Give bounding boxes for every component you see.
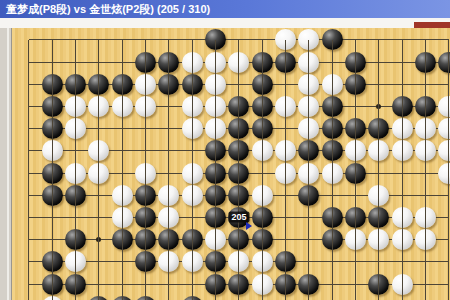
board-cell[interactable] bbox=[437, 29, 450, 51]
board-cell[interactable] bbox=[297, 229, 320, 251]
board-cell[interactable] bbox=[251, 95, 274, 117]
board-cell[interactable] bbox=[157, 295, 180, 300]
board-cell[interactable] bbox=[17, 295, 40, 300]
board-cell[interactable] bbox=[391, 229, 414, 251]
board-cell[interactable] bbox=[41, 273, 64, 295]
board-cell[interactable] bbox=[391, 118, 414, 140]
white-stone bbox=[135, 74, 156, 95]
white-stone bbox=[182, 251, 203, 272]
board-cell[interactable] bbox=[111, 206, 134, 228]
board-cell[interactable] bbox=[297, 251, 320, 273]
board-cell[interactable] bbox=[367, 162, 390, 184]
board-cell[interactable] bbox=[17, 95, 40, 117]
board-cell[interactable] bbox=[157, 251, 180, 273]
board-cell[interactable] bbox=[87, 140, 110, 162]
board-cell[interactable] bbox=[297, 206, 320, 228]
board-cell[interactable] bbox=[111, 51, 134, 73]
white-stone bbox=[368, 185, 389, 206]
board-cell[interactable] bbox=[41, 251, 64, 273]
board-cell[interactable] bbox=[64, 273, 87, 295]
board-cell[interactable] bbox=[344, 295, 367, 300]
board-cell[interactable] bbox=[251, 51, 274, 73]
black-stone bbox=[345, 74, 366, 95]
board-cell[interactable] bbox=[367, 229, 390, 251]
board-cell[interactable] bbox=[41, 184, 64, 206]
board-cell[interactable] bbox=[437, 95, 450, 117]
board-cell[interactable] bbox=[367, 95, 390, 117]
board-cell[interactable] bbox=[87, 73, 110, 95]
board-cell[interactable] bbox=[251, 140, 274, 162]
board-cell[interactable] bbox=[204, 295, 227, 300]
board-cell[interactable] bbox=[414, 51, 437, 73]
board-cell[interactable] bbox=[391, 206, 414, 228]
board-cell[interactable] bbox=[64, 51, 87, 73]
board-cell[interactable] bbox=[87, 29, 110, 51]
board-cell[interactable] bbox=[134, 51, 157, 73]
board-cell[interactable] bbox=[344, 162, 367, 184]
board-cell[interactable] bbox=[321, 51, 344, 73]
white-stone bbox=[65, 96, 86, 117]
white-stone bbox=[182, 52, 203, 73]
board-cell[interactable] bbox=[17, 118, 40, 140]
board-cell[interactable] bbox=[414, 73, 437, 95]
board-cell[interactable] bbox=[134, 118, 157, 140]
board-cell[interactable] bbox=[17, 51, 40, 73]
black-stone bbox=[298, 140, 319, 161]
board-cell[interactable] bbox=[227, 29, 250, 51]
board-cell[interactable] bbox=[344, 273, 367, 295]
board-cell[interactable] bbox=[297, 184, 320, 206]
board-cell[interactable] bbox=[181, 251, 204, 273]
board-cell[interactable] bbox=[87, 229, 110, 251]
board-cell[interactable] bbox=[297, 51, 320, 73]
window-frame-left bbox=[0, 28, 12, 300]
board-cell[interactable] bbox=[41, 295, 64, 300]
board-cell[interactable] bbox=[87, 273, 110, 295]
window-titlebar[interactable]: 童梦成(P8段) vs 金世炫(P2段) (205 / 310) bbox=[0, 0, 450, 18]
board-cell[interactable] bbox=[321, 184, 344, 206]
board-cell[interactable] bbox=[414, 162, 437, 184]
board-cell[interactable] bbox=[181, 229, 204, 251]
board-cell[interactable] bbox=[41, 118, 64, 140]
board-cell[interactable] bbox=[414, 251, 437, 273]
board-cell[interactable] bbox=[414, 295, 437, 300]
black-stone bbox=[322, 96, 343, 117]
board-cell[interactable] bbox=[181, 51, 204, 73]
board-cell[interactable] bbox=[414, 118, 437, 140]
board-cell[interactable] bbox=[181, 206, 204, 228]
board-cell[interactable] bbox=[87, 295, 110, 300]
black-stone bbox=[42, 274, 63, 295]
board-cell[interactable] bbox=[64, 95, 87, 117]
board-cell[interactable] bbox=[321, 95, 344, 117]
board-cell[interactable] bbox=[181, 29, 204, 51]
board-cell[interactable] bbox=[344, 51, 367, 73]
board-cell[interactable] bbox=[297, 73, 320, 95]
board-cell[interactable] bbox=[111, 295, 134, 300]
white-stone bbox=[275, 163, 296, 184]
board-cell[interactable] bbox=[344, 251, 367, 273]
board-cell[interactable] bbox=[414, 206, 437, 228]
board-cell[interactable] bbox=[437, 229, 450, 251]
board-cell[interactable] bbox=[274, 206, 297, 228]
board-cell[interactable] bbox=[344, 118, 367, 140]
board-cell[interactable] bbox=[204, 95, 227, 117]
board-cell[interactable] bbox=[274, 295, 297, 300]
board-cell[interactable] bbox=[414, 273, 437, 295]
board-cell[interactable] bbox=[437, 251, 450, 273]
board-cell[interactable] bbox=[391, 184, 414, 206]
board-cell[interactable] bbox=[227, 295, 250, 300]
board-cell[interactable] bbox=[367, 295, 390, 300]
white-stone bbox=[275, 140, 296, 161]
board-cell[interactable] bbox=[64, 295, 87, 300]
board-cell[interactable] bbox=[134, 295, 157, 300]
board-cell[interactable] bbox=[111, 229, 134, 251]
white-stone bbox=[438, 140, 450, 161]
board-cell[interactable] bbox=[367, 118, 390, 140]
board-cell[interactable] bbox=[157, 140, 180, 162]
board-cell[interactable] bbox=[181, 118, 204, 140]
board-cell[interactable] bbox=[251, 229, 274, 251]
white-stone bbox=[42, 140, 63, 161]
board-cell[interactable] bbox=[17, 29, 40, 51]
board-cell[interactable] bbox=[251, 73, 274, 95]
board-cell[interactable] bbox=[157, 229, 180, 251]
black-stone bbox=[392, 96, 413, 117]
board-cell[interactable] bbox=[157, 273, 180, 295]
board-cell[interactable] bbox=[274, 251, 297, 273]
board-cell[interactable] bbox=[437, 118, 450, 140]
board-cell[interactable] bbox=[111, 29, 134, 51]
board-cell[interactable] bbox=[321, 162, 344, 184]
board-cell[interactable] bbox=[157, 162, 180, 184]
board-cell[interactable] bbox=[437, 273, 450, 295]
black-stone bbox=[275, 52, 296, 73]
board-cell[interactable] bbox=[87, 251, 110, 273]
board-cell[interactable] bbox=[321, 73, 344, 95]
board-cell[interactable] bbox=[111, 184, 134, 206]
board-cell[interactable] bbox=[17, 140, 40, 162]
board-cell[interactable] bbox=[437, 162, 450, 184]
board-cell[interactable] bbox=[344, 73, 367, 95]
black-stone bbox=[322, 118, 343, 139]
board-cell[interactable] bbox=[344, 229, 367, 251]
white-stone bbox=[252, 251, 273, 272]
board-cell[interactable] bbox=[251, 162, 274, 184]
black-stone bbox=[182, 296, 203, 300]
board-cell[interactable] bbox=[297, 295, 320, 300]
board-cell[interactable]: 205 bbox=[227, 206, 250, 228]
board-cell[interactable] bbox=[274, 51, 297, 73]
board-cell[interactable] bbox=[414, 29, 437, 51]
board-cell[interactable] bbox=[111, 118, 134, 140]
board-cell[interactable] bbox=[227, 229, 250, 251]
board-cell[interactable] bbox=[134, 73, 157, 95]
board-cell[interactable] bbox=[437, 295, 450, 300]
board-cell[interactable] bbox=[181, 73, 204, 95]
white-stone bbox=[135, 163, 156, 184]
black-stone bbox=[65, 74, 86, 95]
board-cell[interactable] bbox=[251, 206, 274, 228]
board-cell[interactable] bbox=[391, 95, 414, 117]
board-cell[interactable] bbox=[391, 295, 414, 300]
board-cell[interactable] bbox=[87, 206, 110, 228]
board-cell[interactable] bbox=[204, 73, 227, 95]
board-cell[interactable] bbox=[391, 251, 414, 273]
black-stone bbox=[415, 96, 436, 117]
board-cell[interactable] bbox=[157, 118, 180, 140]
black-stone bbox=[135, 251, 156, 272]
board-cell[interactable] bbox=[64, 118, 87, 140]
board-cell[interactable] bbox=[437, 206, 450, 228]
board-cell[interactable] bbox=[321, 295, 344, 300]
board-cell[interactable] bbox=[134, 162, 157, 184]
board-cell[interactable] bbox=[87, 51, 110, 73]
frame-highlight bbox=[7, 28, 9, 300]
board-cell[interactable] bbox=[251, 29, 274, 51]
star-point bbox=[96, 237, 101, 242]
white-stone bbox=[65, 163, 86, 184]
board-cell[interactable] bbox=[134, 251, 157, 273]
board-cell[interactable] bbox=[41, 51, 64, 73]
board-cell[interactable] bbox=[321, 118, 344, 140]
board-cell[interactable] bbox=[391, 162, 414, 184]
board-cell[interactable] bbox=[204, 140, 227, 162]
black-stone bbox=[88, 296, 109, 300]
board-cell[interactable] bbox=[367, 29, 390, 51]
board-cell[interactable] bbox=[181, 95, 204, 117]
board-cell[interactable] bbox=[111, 73, 134, 95]
board-cell[interactable] bbox=[251, 295, 274, 300]
board-cell[interactable] bbox=[64, 184, 87, 206]
board-cell[interactable] bbox=[204, 251, 227, 273]
black-stone bbox=[252, 96, 273, 117]
board-cell[interactable] bbox=[437, 73, 450, 95]
board-cell[interactable] bbox=[134, 95, 157, 117]
board-cell[interactable] bbox=[437, 184, 450, 206]
go-board[interactable]: 205 bbox=[17, 29, 450, 300]
white-stone bbox=[298, 74, 319, 95]
white-stone bbox=[322, 163, 343, 184]
board-cell[interactable] bbox=[227, 273, 250, 295]
board-cell[interactable] bbox=[41, 29, 64, 51]
board-cell[interactable] bbox=[41, 140, 64, 162]
black-stone bbox=[42, 185, 63, 206]
board-cell[interactable] bbox=[227, 184, 250, 206]
board-cell[interactable] bbox=[251, 118, 274, 140]
board-cell[interactable] bbox=[111, 95, 134, 117]
board-cell[interactable] bbox=[204, 118, 227, 140]
black-stone bbox=[322, 207, 343, 228]
board-cell[interactable] bbox=[17, 184, 40, 206]
board-cell[interactable] bbox=[297, 118, 320, 140]
board-cell[interactable] bbox=[367, 206, 390, 228]
board-cell[interactable] bbox=[321, 251, 344, 273]
board-cell[interactable] bbox=[274, 29, 297, 51]
board-cell[interactable] bbox=[227, 95, 250, 117]
board-cell[interactable] bbox=[111, 251, 134, 273]
board-cell[interactable] bbox=[251, 273, 274, 295]
board-cell[interactable] bbox=[321, 140, 344, 162]
board-cell[interactable] bbox=[391, 273, 414, 295]
board-cell[interactable] bbox=[251, 251, 274, 273]
board-cell[interactable] bbox=[17, 229, 40, 251]
board-cell[interactable] bbox=[344, 29, 367, 51]
board-cell[interactable] bbox=[157, 184, 180, 206]
board-cell[interactable] bbox=[17, 162, 40, 184]
white-stone bbox=[158, 251, 179, 272]
board-cell[interactable] bbox=[41, 206, 64, 228]
board-cell[interactable] bbox=[297, 162, 320, 184]
board-cell[interactable] bbox=[181, 140, 204, 162]
board-cell[interactable] bbox=[391, 140, 414, 162]
board-cell[interactable] bbox=[111, 273, 134, 295]
board-cell[interactable] bbox=[17, 251, 40, 273]
board-cell[interactable] bbox=[227, 73, 250, 95]
white-stone bbox=[368, 229, 389, 250]
board-cell[interactable] bbox=[157, 206, 180, 228]
board-cell[interactable] bbox=[297, 140, 320, 162]
white-stone bbox=[65, 251, 86, 272]
board-cell[interactable] bbox=[344, 184, 367, 206]
board-cell[interactable] bbox=[41, 162, 64, 184]
board-cell[interactable] bbox=[157, 29, 180, 51]
board-cell[interactable] bbox=[344, 206, 367, 228]
board-cell[interactable] bbox=[111, 140, 134, 162]
board-cell[interactable] bbox=[274, 140, 297, 162]
board-cell[interactable] bbox=[157, 51, 180, 73]
white-stone bbox=[392, 229, 413, 250]
board-cell[interactable] bbox=[204, 51, 227, 73]
board-cell[interactable] bbox=[367, 251, 390, 273]
board-cell[interactable] bbox=[41, 95, 64, 117]
board-cell[interactable] bbox=[134, 140, 157, 162]
board-cell[interactable] bbox=[321, 273, 344, 295]
board-cell[interactable] bbox=[41, 73, 64, 95]
white-stone bbox=[415, 140, 436, 161]
board-cell[interactable] bbox=[274, 73, 297, 95]
black-stone bbox=[368, 207, 389, 228]
board-cell[interactable] bbox=[204, 206, 227, 228]
board-cell[interactable] bbox=[111, 162, 134, 184]
board-cell[interactable] bbox=[274, 95, 297, 117]
board-cell[interactable] bbox=[344, 95, 367, 117]
white-stone bbox=[88, 163, 109, 184]
board-cell[interactable] bbox=[367, 73, 390, 95]
board-cell[interactable] bbox=[64, 162, 87, 184]
board-cell[interactable] bbox=[321, 206, 344, 228]
board-cell[interactable] bbox=[274, 229, 297, 251]
board-cell[interactable] bbox=[204, 229, 227, 251]
board-cell[interactable] bbox=[274, 162, 297, 184]
board-cell[interactable] bbox=[367, 273, 390, 295]
white-stone bbox=[88, 96, 109, 117]
board-cell[interactable] bbox=[87, 162, 110, 184]
board-cell[interactable] bbox=[134, 206, 157, 228]
board-cell[interactable] bbox=[204, 29, 227, 51]
board-cell[interactable] bbox=[227, 251, 250, 273]
board-cell[interactable] bbox=[414, 140, 437, 162]
board-cell[interactable] bbox=[367, 184, 390, 206]
board-cell[interactable] bbox=[391, 51, 414, 73]
white-stone bbox=[368, 140, 389, 161]
white-stone bbox=[42, 296, 63, 300]
black-stone bbox=[135, 185, 156, 206]
board-cell[interactable] bbox=[134, 29, 157, 51]
board-cell[interactable] bbox=[227, 162, 250, 184]
board-cell[interactable] bbox=[297, 29, 320, 51]
board-cell[interactable] bbox=[391, 73, 414, 95]
board-cell[interactable] bbox=[134, 229, 157, 251]
board-cell[interactable] bbox=[87, 184, 110, 206]
board-cell[interactable] bbox=[64, 206, 87, 228]
board-cell[interactable] bbox=[414, 95, 437, 117]
board-top-margin bbox=[0, 18, 450, 28]
black-stone bbox=[252, 229, 273, 250]
board-cell[interactable] bbox=[414, 184, 437, 206]
board-cell[interactable] bbox=[204, 184, 227, 206]
board-cell[interactable] bbox=[274, 184, 297, 206]
white-stone bbox=[415, 207, 436, 228]
white-stone bbox=[298, 118, 319, 139]
board-cell[interactable] bbox=[134, 184, 157, 206]
board-cell[interactable] bbox=[134, 273, 157, 295]
board-cell[interactable] bbox=[414, 229, 437, 251]
board-cell[interactable] bbox=[87, 95, 110, 117]
board-cell[interactable] bbox=[204, 162, 227, 184]
board-cell[interactable] bbox=[437, 51, 450, 73]
board-cell[interactable] bbox=[17, 206, 40, 228]
board-cell[interactable] bbox=[181, 273, 204, 295]
board-cell[interactable] bbox=[64, 251, 87, 273]
board-cell[interactable] bbox=[367, 140, 390, 162]
board-cell[interactable] bbox=[17, 273, 40, 295]
board-cell[interactable] bbox=[64, 73, 87, 95]
board-cell[interactable] bbox=[64, 29, 87, 51]
board-cell[interactable] bbox=[157, 73, 180, 95]
board-cell[interactable] bbox=[227, 140, 250, 162]
board-cell[interactable] bbox=[367, 51, 390, 73]
board-cell[interactable] bbox=[204, 273, 227, 295]
black-stone bbox=[275, 274, 296, 295]
board-cell[interactable] bbox=[227, 118, 250, 140]
black-stone bbox=[135, 207, 156, 228]
last-move-number-label: 205 bbox=[228, 212, 249, 223]
board-cell[interactable] bbox=[157, 95, 180, 117]
board-cell[interactable] bbox=[321, 229, 344, 251]
board-cell[interactable] bbox=[437, 140, 450, 162]
board-cell[interactable] bbox=[297, 95, 320, 117]
board-cell[interactable] bbox=[64, 229, 87, 251]
white-stone bbox=[228, 251, 249, 272]
board-cell[interactable] bbox=[41, 229, 64, 251]
board-cell[interactable] bbox=[181, 295, 204, 300]
board-cell[interactable] bbox=[17, 73, 40, 95]
board-cell[interactable] bbox=[344, 140, 367, 162]
board-cell[interactable] bbox=[391, 29, 414, 51]
board-cell[interactable] bbox=[181, 184, 204, 206]
board-cell[interactable] bbox=[87, 118, 110, 140]
board-cell[interactable] bbox=[274, 118, 297, 140]
board-cell[interactable] bbox=[64, 140, 87, 162]
board-cell[interactable] bbox=[297, 273, 320, 295]
board-cell[interactable] bbox=[321, 29, 344, 51]
board-cell[interactable] bbox=[251, 184, 274, 206]
board-cell[interactable] bbox=[274, 273, 297, 295]
board-cell[interactable] bbox=[227, 51, 250, 73]
board-cell[interactable] bbox=[181, 162, 204, 184]
